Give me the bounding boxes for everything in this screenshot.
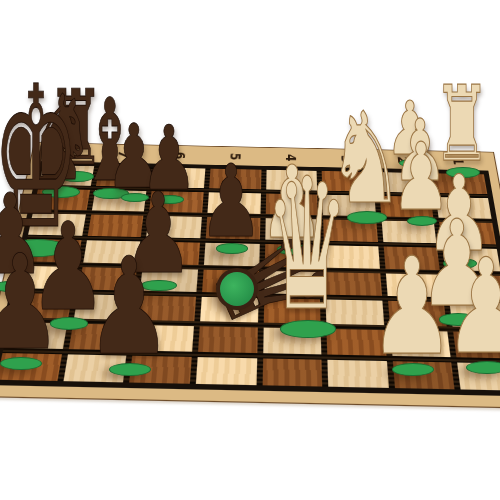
product-photo: 87654321 ♟♜♜♟♞♝♟♟♞♟♚♟♟♟♛♟♟♟♟♛♟♟♟♟ [0,0,500,500]
light-queen[interactable]: ♛ [265,154,350,336]
pieces-layer: ♟♜♜♟♞♝♟♟♞♟♚♟♟♟♛♟♟♟♟♛♟♟♟♟ [0,0,500,500]
dark-pawn[interactable]: ♟ [0,237,62,368]
square[interactable] [262,359,322,387]
dark-pawn[interactable]: ♟ [86,240,173,374]
dark-pawn[interactable]: ♟ [199,152,264,252]
square[interactable] [196,357,257,385]
light-pawn[interactable]: ♟ [369,240,456,374]
